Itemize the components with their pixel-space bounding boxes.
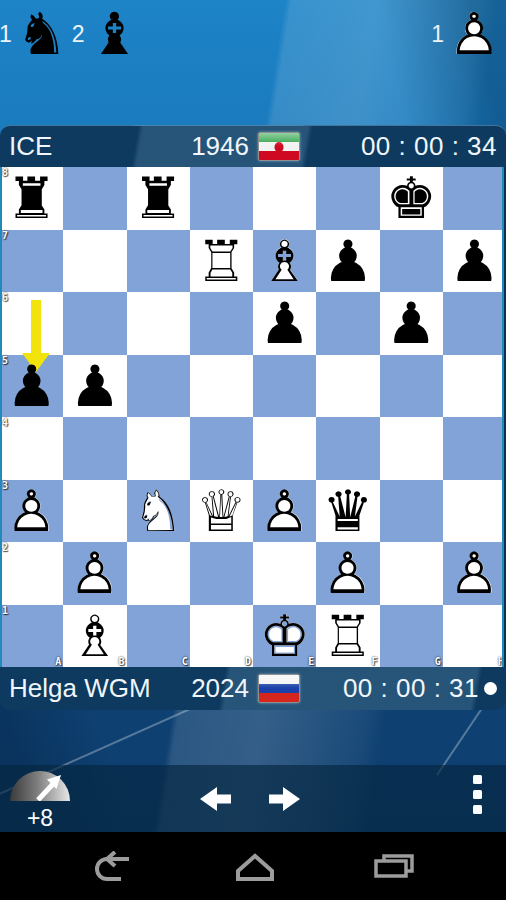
white-king: ♚♔: [253, 605, 316, 668]
square-c3[interactable]: ♞♘: [127, 480, 190, 543]
flag-iran-icon: [258, 132, 300, 161]
white-pawn: ♟♙: [63, 542, 126, 605]
move-navigation: [200, 787, 300, 811]
white-pawn: ♟♙: [446, 2, 502, 66]
square-d7[interactable]: ♜♖: [190, 230, 253, 293]
captured-by-black: 1♟♙: [429, 2, 502, 66]
board-edge: [0, 167, 2, 667]
square-h1[interactable]: H: [443, 605, 506, 668]
black-rook: ♜: [127, 167, 190, 230]
black-pawn: ♟: [253, 292, 316, 355]
file-label: E: [308, 656, 314, 667]
square-b2[interactable]: ♟♙: [63, 542, 126, 605]
player-clock-bottom: 00 : 00 : 31: [343, 673, 479, 704]
back-icon: [91, 851, 137, 881]
square-f4[interactable]: [316, 417, 379, 480]
black-bishop: ♝: [87, 2, 143, 66]
white-rook: ♜♖: [190, 230, 253, 293]
square-b4[interactable]: [63, 417, 126, 480]
square-a3[interactable]: 3♟♙: [0, 480, 63, 543]
home-button[interactable]: [234, 851, 276, 881]
rank-label: 6: [2, 292, 8, 303]
captured-count: 2: [72, 21, 85, 48]
square-c4[interactable]: [127, 417, 190, 480]
file-label: F: [371, 656, 377, 667]
eval-gauge-button[interactable]: +8: [7, 770, 73, 831]
square-d4[interactable]: [190, 417, 253, 480]
square-d2[interactable]: [190, 542, 253, 605]
board: 8♜♜♚7♜♖♝♗♟♟6♟♟5♟♟43♟♙♞♘♛♕♟♙♛2♟♙♟♙♟♙1AB♝♗…: [0, 167, 506, 667]
player-rating-bottom: 2024: [187, 673, 249, 704]
file-label: D: [245, 656, 251, 667]
rank-label: 3: [2, 480, 8, 491]
square-a8[interactable]: 8♜: [0, 167, 63, 230]
square-h4[interactable]: [443, 417, 506, 480]
square-a4[interactable]: 4: [0, 417, 63, 480]
square-h8[interactable]: [443, 167, 506, 230]
square-b7[interactable]: [63, 230, 126, 293]
next-move-button[interactable]: [268, 787, 300, 811]
square-d1[interactable]: D: [190, 605, 253, 668]
player-bar-bottom: Helga WGM 2024 00 : 00 : 31: [0, 667, 506, 710]
square-g6[interactable]: ♟: [380, 292, 443, 355]
square-a5[interactable]: 5♟: [0, 355, 63, 418]
white-rook: ♜♖: [316, 605, 379, 668]
square-e8[interactable]: [253, 167, 316, 230]
player-rating-top: 1946: [187, 131, 249, 162]
square-e3[interactable]: ♟♙: [253, 480, 316, 543]
black-pawn: ♟: [380, 292, 443, 355]
square-d6[interactable]: [190, 292, 253, 355]
rank-label: 1: [2, 605, 8, 616]
square-h2[interactable]: ♟♙: [443, 542, 506, 605]
rank-label: 8: [2, 167, 8, 178]
back-button[interactable]: [91, 851, 137, 881]
recents-button[interactable]: [373, 851, 415, 881]
home-icon: [234, 851, 276, 881]
square-c5[interactable]: [127, 355, 190, 418]
black-pawn: ♟: [63, 355, 126, 418]
recents-icon: [373, 851, 415, 881]
square-f3[interactable]: ♛: [316, 480, 379, 543]
square-c2[interactable]: [127, 542, 190, 605]
captured-count: 1: [0, 21, 12, 48]
square-g4[interactable]: [380, 417, 443, 480]
square-a6[interactable]: 6: [0, 292, 63, 355]
square-g5[interactable]: [380, 355, 443, 418]
square-b6[interactable]: [63, 292, 126, 355]
arrow-right-icon: [268, 787, 300, 811]
square-h3[interactable]: [443, 480, 506, 543]
square-f5[interactable]: [316, 355, 379, 418]
square-g7[interactable]: [380, 230, 443, 293]
square-b5[interactable]: ♟: [63, 355, 126, 418]
menu-dot: [473, 775, 482, 784]
eval-score: +8: [7, 805, 73, 831]
square-e7[interactable]: ♝♗: [253, 230, 316, 293]
eval-gauge-icon: [9, 770, 71, 801]
square-d8[interactable]: [190, 167, 253, 230]
white-pawn: ♟♙: [316, 542, 379, 605]
board-edge: [502, 167, 506, 667]
square-e4[interactable]: [253, 417, 316, 480]
square-d5[interactable]: [190, 355, 253, 418]
player-name-top: ICE: [9, 131, 187, 162]
file-label: B: [118, 656, 124, 667]
square-g1[interactable]: G: [380, 605, 443, 668]
player-name-bottom: Helga WGM: [9, 673, 187, 704]
square-g3[interactable]: [380, 480, 443, 543]
square-b3[interactable]: [63, 480, 126, 543]
file-label: G: [435, 656, 441, 667]
black-queen: ♛: [316, 480, 379, 543]
menu-dot: [473, 790, 482, 799]
square-e5[interactable]: [253, 355, 316, 418]
black-knight: ♞: [14, 2, 70, 66]
square-a2[interactable]: 2: [0, 542, 63, 605]
to-move-indicator: [484, 682, 497, 695]
black-king: ♚: [380, 167, 443, 230]
square-e6[interactable]: ♟: [253, 292, 316, 355]
rank-label: 2: [2, 542, 8, 553]
square-c8[interactable]: ♜: [127, 167, 190, 230]
white-queen: ♛♕: [190, 480, 253, 543]
square-f8[interactable]: [316, 167, 379, 230]
square-h6[interactable]: [443, 292, 506, 355]
square-f1[interactable]: F♜♖: [316, 605, 379, 668]
square-h5[interactable]: [443, 355, 506, 418]
rank-label: 7: [2, 230, 8, 241]
player-bar-top: ICE 1946 00 : 00 : 34: [0, 125, 506, 167]
white-bishop: ♝♗: [253, 230, 316, 293]
square-c6[interactable]: [127, 292, 190, 355]
overflow-menu-button[interactable]: [473, 775, 482, 820]
square-h7[interactable]: ♟: [443, 230, 506, 293]
rank-label: 4: [2, 417, 8, 428]
file-label: C: [182, 656, 188, 667]
menu-dot: [473, 805, 482, 814]
chess-app-screen: 1♞2♝ 1♟♙ ICE 1946 00 : 00 : 34 8♜♜♚7♜♖♝♗…: [0, 0, 506, 900]
square-b1[interactable]: B♝♗: [63, 605, 126, 668]
black-rook: ♜: [0, 167, 63, 230]
white-knight: ♞♘: [127, 480, 190, 543]
player-clock-top: 00 : 00 : 34: [361, 131, 497, 162]
black-pawn: ♟: [316, 230, 379, 293]
flag-russia-icon: [258, 674, 300, 703]
square-f6[interactable]: [316, 292, 379, 355]
arrow-left-icon: [200, 787, 232, 811]
previous-move-button[interactable]: [200, 787, 232, 811]
square-e1[interactable]: E♚♔: [253, 605, 316, 668]
captured-count: 1: [431, 21, 444, 48]
square-c7[interactable]: [127, 230, 190, 293]
square-e2[interactable]: [253, 542, 316, 605]
square-b8[interactable]: [63, 167, 126, 230]
square-f7[interactable]: ♟: [316, 230, 379, 293]
black-pawn: ♟: [0, 355, 63, 418]
white-pawn: ♟♙: [253, 480, 316, 543]
white-bishop: ♝♗: [63, 605, 126, 668]
square-a1[interactable]: 1A: [0, 605, 63, 668]
file-label: A: [55, 656, 61, 667]
android-navbar: [0, 832, 506, 900]
square-g8[interactable]: ♚: [380, 167, 443, 230]
square-c1[interactable]: C: [127, 605, 190, 668]
square-d3[interactable]: ♛♕: [190, 480, 253, 543]
captured-by-white: 1♞2♝: [0, 2, 143, 66]
white-pawn: ♟♙: [0, 480, 63, 543]
toolbar: +8: [0, 765, 506, 832]
square-a7[interactable]: 7: [0, 230, 63, 293]
square-f2[interactable]: ♟♙: [316, 542, 379, 605]
black-pawn: ♟: [443, 230, 506, 293]
white-pawn: ♟♙: [443, 542, 506, 605]
square-g2[interactable]: [380, 542, 443, 605]
rank-label: 5: [2, 355, 8, 366]
